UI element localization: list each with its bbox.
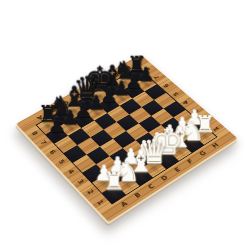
pawn-glyph: ♟ [37, 115, 77, 135]
product-photo-stage: 11AA22BB33CC44DD55EE66FF77GG88HH ♜♞♝♛♚♝♞… [0, 0, 250, 250]
rook-glyph: ♜ [93, 169, 136, 194]
chess-board: 11AA22BB33CC44DD55EE66FF77GG88HH ♜♞♝♛♚♝♞… [16, 55, 238, 222]
